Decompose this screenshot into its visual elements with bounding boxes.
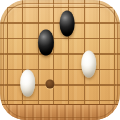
- intersection: [91, 77, 106, 93]
- intersection: [61, 46, 76, 62]
- intersection: [45, 0, 60, 15]
- stone-glyph: ○: [23, 78, 32, 88]
- intersection: [91, 30, 106, 46]
- intersection: [30, 15, 45, 31]
- stone-glyph: ●: [63, 18, 72, 28]
- intersection: [91, 0, 106, 15]
- board-front-edge: [0, 104, 120, 120]
- intersection: [0, 77, 15, 93]
- intersection: [107, 15, 120, 31]
- intersection: [45, 77, 60, 93]
- star-point-dot: [45, 80, 54, 89]
- intersection: [45, 61, 60, 77]
- intersection: ●: [61, 15, 76, 31]
- intersection: [15, 46, 30, 62]
- intersection: [0, 46, 15, 62]
- intersection: [0, 61, 15, 77]
- intersection: [76, 0, 91, 15]
- intersection: [76, 77, 91, 93]
- intersection: [0, 15, 15, 31]
- intersection: ○: [15, 77, 30, 93]
- go-app-icon[interactable]: ●●○○: [0, 0, 120, 120]
- intersection: [15, 30, 30, 46]
- intersection: [107, 77, 120, 93]
- intersection: [107, 46, 120, 62]
- stone-glyph: ○: [85, 59, 94, 69]
- side-wood-grain: [0, 105, 120, 120]
- intersection: [30, 0, 45, 15]
- intersection: [61, 61, 76, 77]
- intersection: [0, 30, 15, 46]
- intersection: [76, 30, 91, 46]
- intersection: [91, 15, 106, 31]
- intersection: [15, 15, 30, 31]
- intersection: [0, 0, 15, 15]
- intersection: ○: [76, 61, 91, 77]
- intersection: [76, 15, 91, 31]
- intersection: ●: [45, 30, 60, 46]
- stone-glyph: ●: [42, 38, 51, 48]
- intersection: [107, 30, 120, 46]
- intersection: [107, 0, 120, 15]
- board-grid: ●●○○: [0, 0, 120, 108]
- intersection: [61, 77, 76, 93]
- intersection: [15, 0, 30, 15]
- intersection: [107, 61, 120, 77]
